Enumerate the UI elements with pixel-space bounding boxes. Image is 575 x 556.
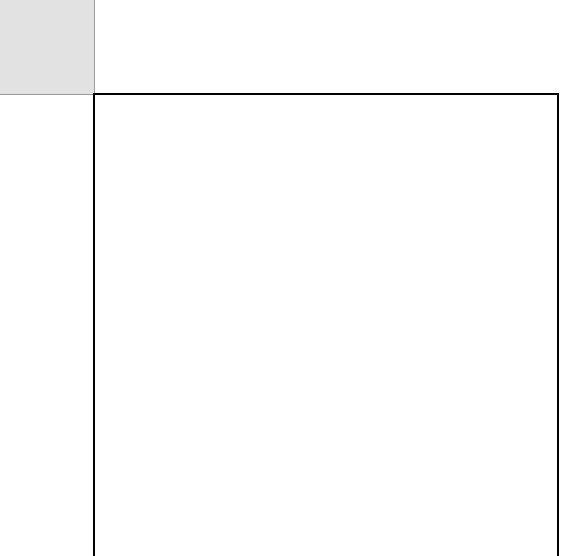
row-clues [0, 95, 95, 556]
column-clues [95, 0, 557, 95]
nonogram-puzzle-page [0, 0, 575, 556]
watermark-text [0, 0, 92, 73]
watermark-corner [0, 0, 95, 95]
nonogram-board [95, 95, 557, 556]
